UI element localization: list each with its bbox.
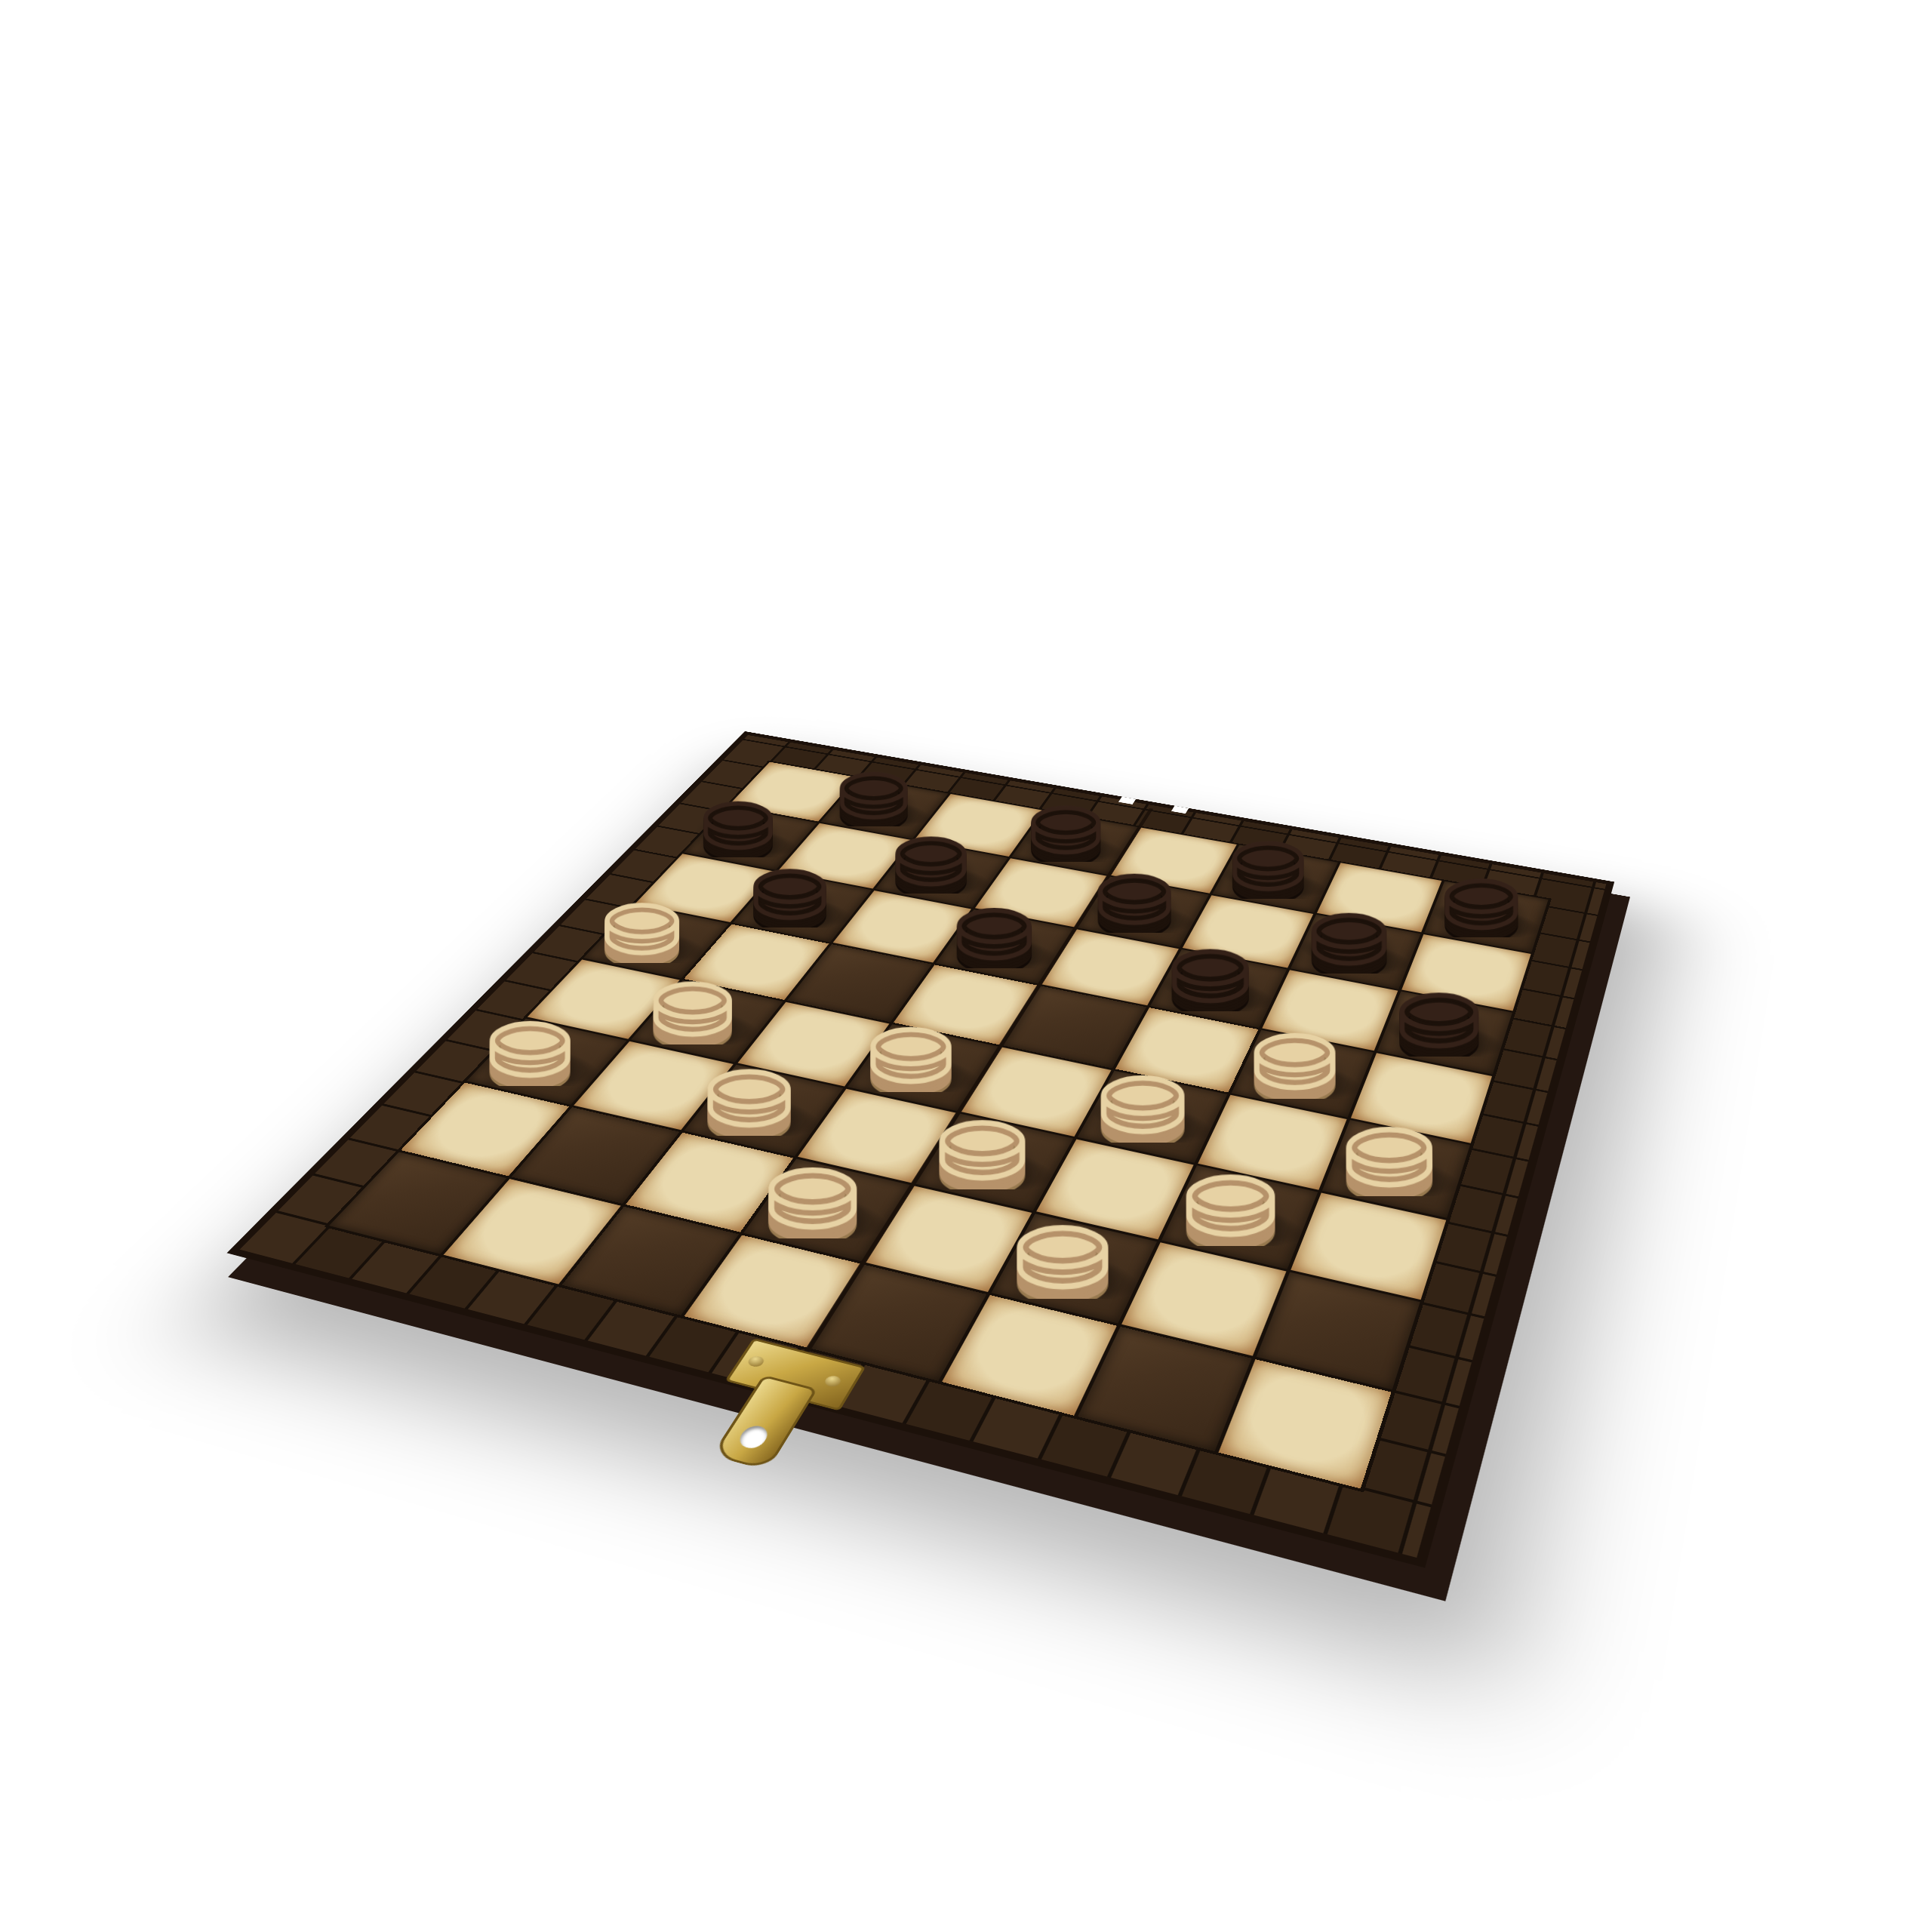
draughts-man-dark-icon: ⛂ <box>1379 959 1499 1067</box>
draughts-man-light-icon: ⛂ <box>1324 1091 1454 1207</box>
draughts-man-dark-icon: ⛂ <box>1426 848 1537 948</box>
dark-piece-h8[interactable]: ⛂ <box>1424 881 1548 952</box>
draughts-man-light-icon: ⛂ <box>469 987 591 1097</box>
board-grid: ⛂⛂⛂⛂⛂⛂⛂⛂⛂⛂⛂⛂⛂⛂⛂⛂⛂⛂⛂⛂⛂⛂⛂⛂ <box>324 761 1552 1493</box>
hinge-notch <box>1118 797 1136 805</box>
product-photo-scene: ⛂⛂⛂⛂⛂⛂⛂⛂⛂⛂⛂⛂⛂⛂⛂⛂⛂⛂⛂⛂⛂⛂⛂⛂ <box>0 0 1932 1932</box>
draughts-man-dark-icon: ⛂ <box>734 838 844 937</box>
board-tilt-wrapper: ⛂⛂⛂⛂⛂⛂⛂⛂⛂⛂⛂⛂⛂⛂⛂⛂⛂⛂⛂⛂⛂⛂⛂⛂ <box>226 731 1614 1568</box>
draughts-man-dark-icon: ⛂ <box>937 877 1050 979</box>
square-h6[interactable]: ⛂ <box>1377 992 1512 1075</box>
draughts-man-light-icon: ⛂ <box>746 1131 878 1251</box>
clasp-hasp[interactable] <box>670 1338 861 1494</box>
square-h8[interactable]: ⛂ <box>1424 881 1548 952</box>
hinge-notch <box>1171 806 1189 814</box>
draughts-man-light-icon: ⛂ <box>1163 1137 1297 1258</box>
checkers-board: ⛂⛂⛂⛂⛂⛂⛂⛂⛂⛂⛂⛂⛂⛂⛂⛂⛂⛂⛂⛂⛂⛂⛂⛂ <box>226 731 1614 1568</box>
draughts-man-light-icon: ⛂ <box>993 1187 1131 1312</box>
dark-piece-h6[interactable]: ⛂ <box>1377 992 1512 1075</box>
